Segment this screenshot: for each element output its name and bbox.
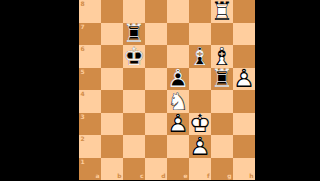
file-label-b: b [117,173,121,179]
square-g8[interactable]: ♜♖ [211,0,233,23]
pawn-glyph-outline: ♙ [233,67,255,90]
square-d2[interactable] [145,135,167,158]
square-b7[interactable] [101,23,123,46]
chess-board: 8♜♖7♜♖6♚♔♝♗♝♗5♟♙♜♖♟♙4♞♘3♟♙♚♔2♟♙1abcdefgh [79,0,255,180]
square-e3[interactable]: ♟♙ [167,113,189,136]
square-h1[interactable]: h [233,158,255,181]
square-f8[interactable] [189,0,211,23]
square-e8[interactable] [167,0,189,23]
square-h8[interactable] [233,0,255,23]
pawn-glyph-outline: ♙ [167,112,189,135]
square-d8[interactable] [145,0,167,23]
square-f6[interactable]: ♝♗ [189,45,211,68]
file-label-h: h [249,173,253,179]
file-label-g: g [227,173,231,179]
square-a4[interactable]: 4 [79,90,101,113]
square-b2[interactable] [101,135,123,158]
square-g3[interactable] [211,113,233,136]
square-c5[interactable] [123,68,145,91]
square-a1[interactable]: 1a [79,158,101,181]
square-b4[interactable] [101,90,123,113]
square-h4[interactable] [233,90,255,113]
square-g5[interactable]: ♜♖ [211,68,233,91]
black-rook-g5: ♜♖ [211,68,233,91]
square-a7[interactable]: 7 [79,23,101,46]
king-glyph-outline: ♔ [123,45,145,68]
square-a6[interactable]: 6 [79,45,101,68]
rank-label-5: 5 [81,69,85,75]
file-label-a: a [95,173,99,179]
square-f2[interactable]: ♟♙ [189,135,211,158]
square-f1[interactable]: f [189,158,211,181]
white-pawn-h5: ♟♙ [233,68,255,91]
square-c1[interactable]: c [123,158,145,181]
square-g2[interactable] [211,135,233,158]
square-c3[interactable] [123,113,145,136]
square-e2[interactable] [167,135,189,158]
square-e7[interactable] [167,23,189,46]
square-d7[interactable] [145,23,167,46]
square-a2[interactable]: 2 [79,135,101,158]
rank-label-3: 3 [81,114,85,120]
white-rook-g8: ♜♖ [211,0,233,23]
square-d5[interactable] [145,68,167,91]
square-a3[interactable]: 3 [79,113,101,136]
square-f5[interactable] [189,68,211,91]
square-a8[interactable]: 8 [79,0,101,23]
square-b1[interactable]: b [101,158,123,181]
rank-label-4: 4 [81,91,85,97]
square-d3[interactable] [145,113,167,136]
square-d4[interactable] [145,90,167,113]
rank-label-1: 1 [81,159,85,165]
square-b3[interactable] [101,113,123,136]
square-g1[interactable]: g [211,158,233,181]
square-b5[interactable] [101,68,123,91]
rank-label-8: 8 [81,1,85,7]
square-e1[interactable]: e [167,158,189,181]
rook-glyph-outline: ♖ [211,67,233,90]
square-b6[interactable] [101,45,123,68]
square-g4[interactable] [211,90,233,113]
file-label-e: e [183,173,187,179]
white-pawn-f2: ♟♙ [189,135,211,158]
video-frame-background: { "game": "chess", "frame": { "backgroun… [0,0,320,180]
square-c6[interactable]: ♚♔ [123,45,145,68]
black-king-c6: ♚♔ [123,45,145,68]
square-h5[interactable]: ♟♙ [233,68,255,91]
square-h2[interactable] [233,135,255,158]
rook-glyph-outline: ♖ [211,0,233,22]
square-d1[interactable]: d [145,158,167,181]
square-a5[interactable]: 5 [79,68,101,91]
square-b8[interactable] [101,0,123,23]
rank-label-7: 7 [81,24,85,30]
rank-label-2: 2 [81,136,85,142]
square-h3[interactable] [233,113,255,136]
bishop-glyph-outline: ♗ [189,45,211,68]
pawn-glyph-outline: ♙ [189,135,211,158]
square-d6[interactable] [145,45,167,68]
square-h7[interactable] [233,23,255,46]
white-pawn-e3: ♟♙ [167,113,189,136]
square-c2[interactable] [123,135,145,158]
rank-label-6: 6 [81,46,85,52]
square-c4[interactable] [123,90,145,113]
file-label-d: d [161,173,165,179]
file-label-c: c [140,173,144,179]
file-label-f: f [207,173,210,179]
black-bishop-f6: ♝♗ [189,45,211,68]
